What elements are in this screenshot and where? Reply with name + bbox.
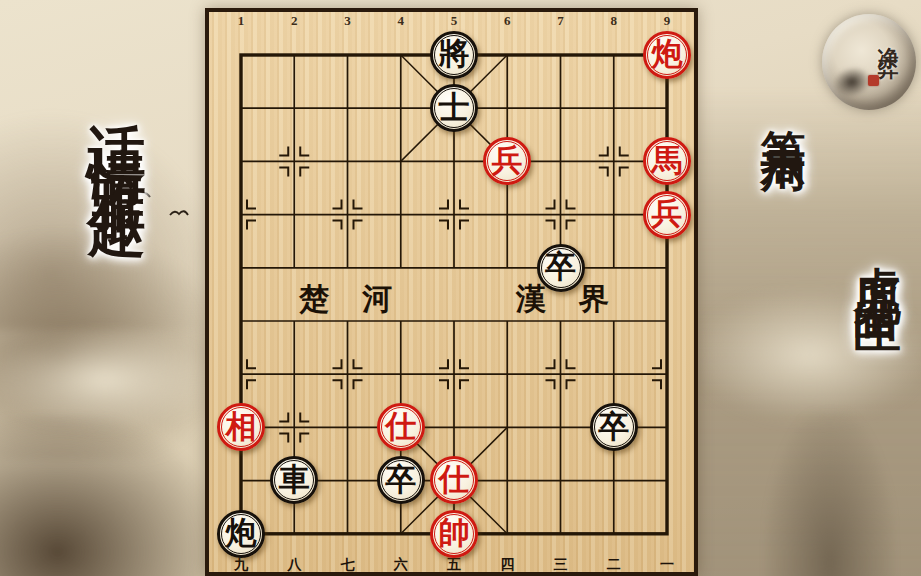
pieces-layer: 將炮士兵馬兵卒相仕卒車卒仕炮帥 (214, 28, 693, 560)
file-label-top-6: 6 (496, 13, 518, 29)
mist-right (690, 290, 921, 420)
piece-red-advisor-1[interactable]: 仕 (377, 403, 425, 451)
piece-black-cannon[interactable]: 炮 (217, 510, 265, 558)
file-label-top-2: 2 (283, 13, 305, 29)
piece-glyph: 將 (439, 38, 470, 69)
file-label-top-7: 7 (550, 13, 572, 29)
piece-black-advisor[interactable]: 士 (430, 84, 478, 132)
piece-red-soldier-2[interactable]: 兵 (643, 191, 691, 239)
piece-red-cannon[interactable]: 炮 (643, 31, 691, 79)
piece-glyph: 炮 (652, 38, 683, 69)
file-label-top-9: 9 (656, 13, 678, 29)
piece-glyph: 兵 (492, 145, 523, 176)
mountain-art-left (0, 230, 230, 460)
piece-black-chariot[interactable]: 車 (270, 456, 318, 504)
piece-glyph: 馬 (652, 145, 683, 176)
piece-glyph: 炮 (226, 517, 257, 548)
mountain-art-left-bottom (0, 415, 220, 576)
piece-black-general[interactable]: 將 (430, 31, 478, 79)
logo-red-seal (868, 75, 879, 86)
piece-black-soldier-3[interactable]: 卒 (377, 456, 425, 504)
piece-glyph: 帥 (439, 517, 470, 548)
mountain-art-right (688, 90, 921, 576)
piece-glyph: 車 (279, 464, 310, 495)
piece-glyph: 卒 (598, 411, 629, 442)
file-label-top-1: 1 (230, 13, 252, 29)
piece-glyph: 仕 (385, 411, 416, 442)
piece-glyph: 仕 (439, 464, 470, 495)
logo-text: 净弈 (874, 30, 902, 48)
xiangqi-board: 楚河 漢界 123456789 九八七六五四三二一 將炮士兵馬兵卒相仕卒車卒仕炮… (205, 8, 698, 576)
file-label-top-5: 5 (443, 13, 465, 29)
piece-glyph: 兵 (652, 198, 683, 229)
piece-black-soldier-2[interactable]: 卒 (590, 403, 638, 451)
file-label-top-4: 4 (390, 13, 412, 29)
piece-black-soldier-1[interactable]: 卒 (537, 244, 585, 292)
piece-glyph: 相 (226, 411, 257, 442)
piece-glyph: 卒 (385, 464, 416, 495)
mist-left (0, 330, 220, 430)
left-title: 适情雅趣 (77, 76, 155, 180)
birds-art (118, 182, 198, 227)
ink-logo: 净弈 (820, 12, 918, 112)
piece-red-advisor-2[interactable]: 仕 (430, 456, 478, 504)
piece-glyph: 士 (439, 92, 470, 123)
puzzle-number-title: 第六十局 (753, 94, 813, 122)
mountain-art-right-peak (765, 410, 895, 576)
piece-glyph: 卒 (545, 251, 576, 282)
puzzle-name-title: 虎兕出匣 (845, 228, 909, 284)
file-label-top-8: 8 (603, 13, 625, 29)
piece-red-horse[interactable]: 馬 (643, 137, 691, 185)
piece-red-king[interactable]: 帥 (430, 510, 478, 558)
scene: { "game": "xiangqi", "scene": { "left_ti… (0, 0, 921, 576)
piece-red-elephant[interactable]: 相 (217, 403, 265, 451)
file-label-top-3: 3 (337, 13, 359, 29)
piece-red-soldier-1[interactable]: 兵 (483, 137, 531, 185)
